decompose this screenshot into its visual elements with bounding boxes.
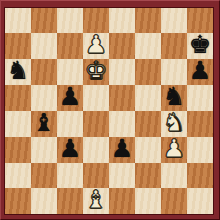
black-pawn-h6[interactable]: ♟ — [189, 58, 211, 84]
square-f8[interactable] — [135, 8, 161, 33]
square-b6[interactable] — [31, 59, 57, 85]
chess-board: ♟♚♞♚♟♟♞♝♞♟♟♟♝ — [4, 7, 214, 215]
black-knight-g5[interactable]: ♞ — [163, 84, 185, 110]
square-d1[interactable]: ♝ — [83, 188, 109, 214]
chess-board-frame: ♟♚♞♚♟♟♞♝♞♟♟♟♝ — [0, 0, 220, 220]
square-f7[interactable] — [135, 33, 161, 59]
square-b8[interactable] — [31, 8, 57, 33]
square-g7[interactable] — [161, 33, 187, 59]
square-b1[interactable] — [31, 188, 57, 214]
white-pawn-d7[interactable]: ♟ — [85, 32, 107, 58]
square-f4[interactable] — [135, 111, 161, 137]
square-e2[interactable] — [109, 163, 135, 188]
square-c3[interactable]: ♟ — [57, 137, 83, 163]
square-c7[interactable] — [57, 33, 83, 59]
black-pawn-e3[interactable]: ♟ — [111, 136, 133, 162]
square-b3[interactable] — [31, 137, 57, 163]
white-bishop-d1[interactable]: ♝ — [85, 187, 107, 213]
black-pawn-c5[interactable]: ♟ — [59, 84, 81, 110]
square-c2[interactable] — [57, 163, 83, 188]
square-g8[interactable] — [161, 8, 187, 33]
square-a8[interactable] — [5, 8, 31, 33]
square-a6[interactable]: ♞ — [5, 59, 31, 85]
black-bishop-b4[interactable]: ♝ — [33, 110, 55, 136]
square-e7[interactable] — [109, 33, 135, 59]
white-king-d6[interactable]: ♚ — [85, 58, 107, 84]
black-knight-a6[interactable]: ♞ — [7, 58, 29, 84]
square-e5[interactable] — [109, 85, 135, 111]
square-d3[interactable] — [83, 137, 109, 163]
square-f2[interactable] — [135, 163, 161, 188]
square-e6[interactable] — [109, 59, 135, 85]
square-h6[interactable]: ♟ — [187, 59, 213, 85]
square-h2[interactable] — [187, 163, 213, 188]
square-b2[interactable] — [31, 163, 57, 188]
square-g3[interactable]: ♟ — [161, 137, 187, 163]
square-a1[interactable] — [5, 188, 31, 214]
square-f6[interactable] — [135, 59, 161, 85]
square-h1[interactable] — [187, 188, 213, 214]
black-king-h7[interactable]: ♚ — [189, 32, 211, 58]
square-e3[interactable]: ♟ — [109, 137, 135, 163]
square-c8[interactable] — [57, 8, 83, 33]
square-e8[interactable] — [109, 8, 135, 33]
square-h3[interactable] — [187, 137, 213, 163]
square-b4[interactable]: ♝ — [31, 111, 57, 137]
square-g2[interactable] — [161, 163, 187, 188]
square-d4[interactable] — [83, 111, 109, 137]
square-c5[interactable]: ♟ — [57, 85, 83, 111]
square-a4[interactable] — [5, 111, 31, 137]
square-e1[interactable] — [109, 188, 135, 214]
square-h5[interactable] — [187, 85, 213, 111]
square-f5[interactable] — [135, 85, 161, 111]
square-f3[interactable] — [135, 137, 161, 163]
square-g1[interactable] — [161, 188, 187, 214]
white-pawn-g3[interactable]: ♟ — [163, 136, 185, 162]
square-c1[interactable] — [57, 188, 83, 214]
square-f1[interactable] — [135, 188, 161, 214]
square-a2[interactable] — [5, 163, 31, 188]
square-d5[interactable] — [83, 85, 109, 111]
square-h4[interactable] — [187, 111, 213, 137]
square-a5[interactable] — [5, 85, 31, 111]
black-pawn-c3[interactable]: ♟ — [59, 136, 81, 162]
square-d6[interactable]: ♚ — [83, 59, 109, 85]
white-knight-g4[interactable]: ♞ — [163, 110, 185, 136]
square-b7[interactable] — [31, 33, 57, 59]
square-a3[interactable] — [5, 137, 31, 163]
